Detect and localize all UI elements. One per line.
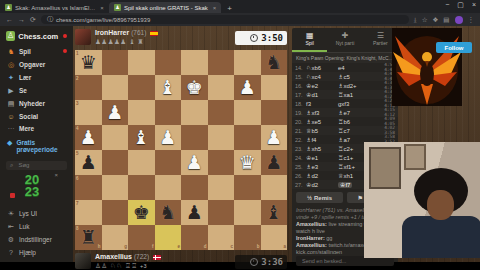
square-a4[interactable]: ♟ <box>261 125 288 150</box>
move-number: 16. <box>295 83 306 89</box>
extensions-icon[interactable]: ❖ <box>433 16 439 24</box>
white-pawn-b2[interactable]: ♟ <box>234 75 261 100</box>
square-h1[interactable]: 1♛ <box>75 50 102 75</box>
black-move[interactable]: ♗xd2+ <box>338 82 370 89</box>
square-f1[interactable] <box>128 50 155 75</box>
tab-title: Spil skak online GRATIS - Skak <box>124 5 208 11</box>
square-e3[interactable] <box>155 100 182 125</box>
white-move[interactable]: ♗f4 <box>306 136 338 143</box>
badge-close-icon[interactable]: × <box>54 172 58 178</box>
bottom-player-row: Amaxellius (722) ♙♙ ♘♘ ♖♖ +3 3:36 <box>75 252 287 270</box>
white-move[interactable]: ♕b5 <box>306 127 338 134</box>
move-number: 15. <box>295 74 306 80</box>
player-rating: (722) <box>134 253 149 260</box>
square-c5[interactable] <box>208 150 235 175</box>
white-move[interactable]: f3 <box>306 101 338 107</box>
knight-icon: ♞ <box>7 48 15 56</box>
captured-by-black: ♙♙ ♘♘ ♖♖ +3 <box>95 262 147 270</box>
black-move[interactable]: ♖xa1 <box>338 91 370 98</box>
square-f2[interactable] <box>128 75 155 100</box>
black-clock: 3:36 <box>235 255 287 269</box>
square-h5[interactable]: 5♟ <box>75 150 102 175</box>
square-c6[interactable] <box>208 175 235 200</box>
streamer-torso <box>402 216 480 258</box>
tab-nyt-parti[interactable]: ✚ Nyt parti <box>327 28 362 52</box>
square-a8[interactable]: a <box>261 225 288 250</box>
move-row: 15.♘xc4♗c54:464:41 <box>292 72 398 81</box>
square-a3[interactable] <box>261 100 288 125</box>
white-bishop-e2[interactable]: ♝ <box>155 75 182 100</box>
browser-tab-1[interactable]: ♟ Skak: Amaxellius vs IslamEl… × <box>0 2 109 13</box>
move-row: 14.♘xb6e44:524:49 <box>292 63 398 72</box>
rank-label: 7 <box>76 201 79 206</box>
help-icon: ? <box>7 249 15 256</box>
sidebar-item-social[interactable]: ☺Social <box>0 110 73 122</box>
square-a1[interactable]: ♞ <box>261 50 288 75</box>
search-input[interactable] <box>16 161 60 169</box>
url-text: chess.com/game/live/98967951939 <box>56 17 150 23</box>
move-number: 27. <box>295 182 306 188</box>
browser-tab-bar: ♟ Skak: Amaxellius vs IslamEl… × ♟ Spil … <box>0 0 480 13</box>
square-g8[interactable]: g <box>102 225 129 250</box>
lightbulb-icon: ✦ <box>7 74 15 82</box>
square-b3[interactable] <box>234 100 261 125</box>
side-panel-icon[interactable]: ▤ <box>443 16 449 24</box>
chesscom-logo[interactable]: ♙ Chess.com <box>0 26 73 45</box>
tab-spil[interactable]: ▦ Spil <box>292 28 327 52</box>
white-move[interactable]: ♘xb6 <box>306 64 338 71</box>
square-d6[interactable] <box>181 175 208 200</box>
square-c8[interactable]: c <box>208 225 235 250</box>
black-bishop-a7[interactable]: ♝ <box>261 200 288 225</box>
square-h8[interactable]: 8h♜ <box>75 225 102 250</box>
move-number: 14. <box>295 65 306 71</box>
black-king-f7[interactable]: ♚ <box>128 200 155 225</box>
profile-avatar[interactable] <box>455 16 463 24</box>
target-icon: ◎ <box>7 61 15 69</box>
notification-dot <box>63 34 67 38</box>
phoenix-overlay-image <box>392 28 462 106</box>
file-label: f <box>152 244 154 249</box>
file-label: g <box>124 244 127 249</box>
square-b4[interactable] <box>234 125 261 150</box>
opponent-avatar[interactable] <box>75 29 91 45</box>
square-b5[interactable]: ♛ <box>234 150 261 175</box>
wall-art-frame <box>369 147 401 189</box>
black-knight-e7[interactable]: ♞ <box>155 200 182 225</box>
square-f5[interactable] <box>128 150 155 175</box>
square-d7[interactable]: ♟ <box>181 200 208 225</box>
clock-icon <box>250 34 258 42</box>
people-icon: ☺ <box>7 113 15 120</box>
white-clock: 3:50 <box>235 31 287 45</box>
square-d5[interactable]: ♟ <box>181 150 208 175</box>
square-a7[interactable]: ♝ <box>261 200 288 225</box>
forward-icon[interactable]: → <box>18 16 25 23</box>
square-g7[interactable] <box>102 200 129 225</box>
gear-icon: ⚙ <box>7 236 15 244</box>
tab-title: Skak: Amaxellius vs IslamEl… <box>15 5 95 11</box>
move-number: 19. <box>295 110 306 116</box>
square-d1[interactable] <box>181 50 208 75</box>
white-move[interactable]: ♘xc4 <box>306 73 338 80</box>
move-number: 21. <box>295 128 306 134</box>
player-name[interactable]: Amaxellius (722) <box>95 253 161 260</box>
move-number: 20. <box>295 119 306 125</box>
sun-icon: ☀ <box>7 210 15 218</box>
sidebar-item-se[interactable]: ▶Se <box>0 84 73 97</box>
panel-tabs: ▦ Spil ✚ Nyt parti ☰ Partier <box>292 28 398 53</box>
sidebar-item-mere[interactable]: ⋯Mere <box>0 122 73 135</box>
tab-close-icon[interactable]: × <box>100 5 104 11</box>
square-h6[interactable]: 6 <box>75 175 102 200</box>
move-row: 19.♗xf3♗e74:154:12 <box>292 108 398 117</box>
sidebar-item-hjaelp[interactable]: ?Hjælp <box>0 246 73 258</box>
url-bar[interactable]: ⓘ chess.com/game/live/98967951939 <box>41 15 409 24</box>
opponent-name[interactable]: IronHarrer (761) <box>95 29 158 36</box>
square-d2[interactable]: ♚ <box>181 75 208 100</box>
file-label: a <box>283 244 286 249</box>
denmark-flag-icon <box>153 255 161 260</box>
chesscom-favicon: ♟ <box>5 4 12 11</box>
flag-icon: ⚑ <box>357 194 362 201</box>
sidebar-search[interactable]: ⌕ <box>6 161 67 170</box>
file-label: d <box>204 244 207 249</box>
move-number: 26. <box>295 173 306 179</box>
white-move[interactable]: ♗xe5 <box>306 118 338 125</box>
square-d4[interactable] <box>181 125 208 150</box>
white-pawn-e4[interactable]: ♟ <box>155 125 182 150</box>
move-row: 17.♔d1♖xa14:314:25 <box>292 90 398 99</box>
white-bishop-f4[interactable]: ♝ <box>128 125 155 150</box>
square-b6[interactable] <box>234 175 261 200</box>
square-f3[interactable] <box>128 100 155 125</box>
square-d3[interactable] <box>181 100 208 125</box>
move-row: 21.♕b5♖c74:023:58 <box>292 126 398 135</box>
square-g1[interactable] <box>102 50 129 75</box>
black-move[interactable]: ♖b6 <box>338 118 370 125</box>
maximize-icon[interactable]: ▢ <box>457 1 464 9</box>
pawn-logo-icon: ♙ <box>6 31 15 41</box>
square-g6[interactable] <box>102 175 129 200</box>
tv-icon: ▶ <box>7 87 15 95</box>
bookmark-star-icon[interactable]: ☆ <box>422 16 428 24</box>
black-move[interactable]: e4 <box>338 65 370 71</box>
white-move[interactable]: ♔d2 <box>306 181 338 188</box>
player-avatar[interactable] <box>75 253 91 269</box>
captured-by-white: ♟♟♟♟♟ ♝ ♜ <box>95 38 144 46</box>
menu-icon[interactable]: ⋮ <box>468 16 475 24</box>
spain-flag-icon <box>150 31 158 36</box>
square-h7[interactable]: 7 <box>75 200 102 225</box>
free-trial-link[interactable]: ◆ Gratis prøveperiode <box>0 135 73 158</box>
square-e7[interactable]: ♞ <box>155 200 182 225</box>
rank-label: 6 <box>76 176 79 181</box>
square-h4[interactable]: 4♟ <box>75 125 102 150</box>
diamond-icon: ◆ <box>7 139 12 147</box>
square-b2[interactable]: ♟ <box>234 75 261 100</box>
window-controls: − ▢ × <box>445 1 476 9</box>
white-pawn-a4[interactable]: ♟ <box>261 125 288 150</box>
sidebar-item-laer[interactable]: ✦Lær <box>0 71 73 84</box>
move-number: 25. <box>295 164 306 170</box>
gift-icon <box>10 193 15 198</box>
collapse-icon: ⇤ <box>7 223 15 231</box>
square-b7[interactable] <box>234 200 261 225</box>
black-move[interactable]: gxf3 <box>338 101 370 107</box>
webcam-video <box>364 142 480 258</box>
wall-art-frame <box>404 144 426 170</box>
top-player-row: IronHarrer (761) ♟♟♟♟♟ ♝ ♜ 3:50 <box>75 28 287 50</box>
chess-board[interactable]: 1♛♞2♝♚♟3♟4♟♝♟♟5♟♟♛♟67♚♞♟♝8h♜gfedcba <box>75 50 287 250</box>
square-c1[interactable] <box>208 50 235 75</box>
white-pawn-d5[interactable]: ♟ <box>181 150 208 175</box>
move-row: 18.f3gxf34:244:18 <box>292 99 398 108</box>
square-e2[interactable]: ♝ <box>155 75 182 100</box>
square-h3[interactable]: 3 <box>75 100 102 125</box>
year-2023-badge[interactable]: 20 23 × <box>14 174 50 198</box>
move-number: 17. <box>295 92 306 98</box>
square-b1[interactable] <box>234 50 261 75</box>
sidebar-item-spil[interactable]: ♞Spil <box>0 45 73 58</box>
square-b8[interactable]: b <box>234 225 261 250</box>
clock-icon <box>250 258 258 266</box>
download-icon[interactable]: ⤓ <box>414 16 417 24</box>
square-e1[interactable] <box>155 50 182 75</box>
square-e4[interactable]: ♟ <box>155 125 182 150</box>
white-king-d2[interactable]: ♚ <box>181 75 208 100</box>
square-d8[interactable]: d <box>181 225 208 250</box>
search-icon: ⌕ <box>10 162 13 169</box>
square-a5[interactable]: ♟ <box>261 150 288 175</box>
square-a2[interactable] <box>261 75 288 100</box>
ellipsis-icon: ⋯ <box>7 125 15 133</box>
square-f7[interactable]: ♚ <box>128 200 155 225</box>
black-pawn-d7[interactable]: ♟ <box>181 200 208 225</box>
square-c2[interactable] <box>208 75 235 100</box>
file-label: e <box>177 244 180 249</box>
board-icon: ▦ <box>292 31 327 40</box>
chesscom-favicon: ♟ <box>114 4 121 11</box>
white-move[interactable]: ♗xh5 <box>306 145 338 152</box>
move-number: 22. <box>295 137 306 143</box>
black-move[interactable]: ♗e7 <box>338 109 370 116</box>
notification-badge <box>63 49 67 53</box>
move-number: 24. <box>295 155 306 161</box>
square-c3[interactable] <box>208 100 235 125</box>
white-move[interactable]: ♗xf3 <box>306 109 338 116</box>
close-icon[interactable]: × <box>472 1 476 9</box>
white-move[interactable]: ♔d1 <box>306 91 338 98</box>
sidebar-footer: ☀Lys UI⇤Luk⚙Indstillinger?Hjælp <box>0 207 73 258</box>
sidebar-item-luk[interactable]: ⇤Luk <box>0 220 73 233</box>
news-icon: ▤ <box>7 100 15 108</box>
square-g3[interactable]: ♟ <box>102 100 129 125</box>
white-queen-b5[interactable]: ♛ <box>234 150 261 175</box>
black-queen-h1[interactable]: ♛ <box>75 50 102 75</box>
opponent-rating: (761) <box>131 29 146 36</box>
square-e6[interactable] <box>155 175 182 200</box>
black-pawn-h5[interactable]: ♟ <box>75 150 102 175</box>
square-h2[interactable]: 2 <box>75 75 102 100</box>
square-g5[interactable] <box>102 150 129 175</box>
new-tab-button[interactable]: + <box>227 4 232 13</box>
black-pawn-a5[interactable]: ♟ <box>261 150 288 175</box>
square-f4[interactable]: ♝ <box>128 125 155 150</box>
black-move[interactable]: ♖c7 <box>338 127 370 134</box>
chat-input[interactable] <box>300 257 390 265</box>
square-g2[interactable] <box>102 75 129 100</box>
black-rook-h8[interactable]: ♜ <box>75 225 102 250</box>
minimize-icon[interactable]: − <box>445 1 449 9</box>
streamer-face <box>427 190 454 220</box>
tab-close-icon[interactable]: × <box>213 5 217 11</box>
black-knight-a1[interactable]: ♞ <box>261 50 288 75</box>
sidebar-item-opgaver[interactable]: ◎Opgaver <box>0 58 73 71</box>
site-info-icon[interactable]: ⓘ <box>47 15 53 24</box>
move-number: 18. <box>295 101 306 107</box>
square-a6[interactable] <box>261 175 288 200</box>
sidebar-item-lys-ui[interactable]: ☀Lys UI <box>0 207 73 220</box>
square-c4[interactable] <box>208 125 235 150</box>
black-move[interactable]: ♗c5 <box>338 73 370 80</box>
square-g4[interactable] <box>102 125 129 150</box>
logo-text: Chess.com <box>18 32 58 41</box>
square-e8[interactable]: e <box>155 225 182 250</box>
rank-label: 2 <box>76 76 79 81</box>
rank-label: 3 <box>76 101 79 106</box>
white-pawn-g3[interactable]: ♟ <box>102 100 129 125</box>
square-f6[interactable] <box>128 175 155 200</box>
sidebar-nav: ♞Spil◎Opgaver✦Lær▶Se▤Nyheder☺Social⋯Mere <box>0 45 73 135</box>
material-advantage: +3 <box>140 263 147 269</box>
half-point-icon: ½ <box>307 195 312 201</box>
square-c7[interactable] <box>208 200 235 225</box>
follow-button[interactable]: Follow <box>436 42 472 53</box>
file-label: b <box>257 244 260 249</box>
browser-window: ♟ Skak: Amaxellius vs IslamEl… × ♟ Spil … <box>0 0 480 270</box>
white-move[interactable]: ♔e1 <box>306 154 338 161</box>
move-row: 20.♗xe5♖b64:094:05 <box>292 117 398 126</box>
browser-tab-2[interactable]: ♟ Spil skak online GRATIS - Skak × <box>109 2 221 13</box>
board-area: IronHarrer (761) ♟♟♟♟♟ ♝ ♜ 3:50 1♛♞2♝♚♟3… <box>75 26 287 266</box>
move-number: 23. <box>295 146 306 152</box>
plus-icon: ✚ <box>327 31 362 40</box>
draw-button[interactable]: ½ Remis <box>296 192 343 203</box>
white-move[interactable]: ♗e3 <box>306 163 338 170</box>
reload-icon[interactable]: ⟳ <box>30 16 36 24</box>
move-row: 16.♔e2♗xd2+4:394:33 <box>292 81 398 90</box>
opening-name: King's Pawn Opening: King's Knight, McCo… <box>292 53 398 63</box>
white-move[interactable]: ♔e2 <box>306 82 338 89</box>
sidebar-item-indstillinger[interactable]: ⚙Indstillinger <box>0 233 73 246</box>
square-f8[interactable]: f <box>128 225 155 250</box>
file-label: c <box>230 244 233 249</box>
chesscom-sidebar: ♙ Chess.com ♞Spil◎Opgaver✦Lær▶Se▤Nyheder… <box>0 26 73 262</box>
white-move[interactable]: ♗d2 <box>306 172 338 179</box>
square-e5[interactable] <box>155 150 182 175</box>
white-pawn-h4[interactable]: ♟ <box>75 125 102 150</box>
sidebar-item-nyheder[interactable]: ▤Nyheder <box>0 97 73 110</box>
browser-address-bar: ← → ⟳ ⓘ chess.com/game/live/98967951939 … <box>0 13 480 26</box>
back-icon[interactable]: ← <box>6 16 13 23</box>
